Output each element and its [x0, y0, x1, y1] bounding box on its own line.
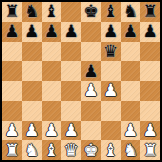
square-f5[interactable] [101, 61, 121, 81]
chess-board: ♜♞♝♚♝♞♜♟♟♟♟♟♟♟♛♟♟♟♟♟♟♟♟♟♜♞♝♛♚♝♞♜ [0, 0, 162, 162]
square-g1[interactable]: ♞ [121, 140, 141, 160]
square-b2[interactable]: ♟ [22, 121, 42, 141]
square-h2[interactable]: ♟ [140, 121, 160, 141]
square-d7[interactable]: ♟ [61, 22, 81, 42]
square-g3[interactable] [121, 101, 141, 121]
white-rook-icon[interactable]: ♜ [143, 141, 158, 160]
square-b6[interactable] [22, 42, 42, 62]
square-g8[interactable]: ♞ [121, 2, 141, 22]
white-knight-icon[interactable]: ♞ [24, 141, 39, 160]
white-knight-icon[interactable]: ♞ [123, 141, 138, 160]
white-pawn-icon[interactable]: ♟ [64, 121, 79, 140]
square-d5[interactable] [61, 61, 81, 81]
black-king-icon[interactable]: ♚ [83, 2, 98, 21]
square-c5[interactable] [42, 61, 62, 81]
square-c6[interactable] [42, 42, 62, 62]
white-pawn-icon[interactable]: ♟ [44, 121, 59, 140]
square-g7[interactable]: ♟ [121, 22, 141, 42]
black-pawn-icon[interactable]: ♟ [103, 22, 118, 41]
square-c8[interactable]: ♝ [42, 2, 62, 22]
square-f4[interactable]: ♟ [101, 81, 121, 101]
square-f6[interactable]: ♛ [101, 42, 121, 62]
square-e7[interactable] [81, 22, 101, 42]
white-pawn-icon[interactable]: ♟ [24, 121, 39, 140]
square-f3[interactable] [101, 101, 121, 121]
square-h5[interactable] [140, 61, 160, 81]
black-pawn-icon[interactable]: ♟ [143, 22, 158, 41]
black-knight-icon[interactable]: ♞ [24, 2, 39, 21]
black-queen-icon[interactable]: ♛ [103, 42, 118, 61]
square-f7[interactable]: ♟ [101, 22, 121, 42]
black-rook-icon[interactable]: ♜ [4, 2, 19, 21]
square-a8[interactable]: ♜ [2, 2, 22, 22]
white-pawn-icon[interactable]: ♟ [123, 121, 138, 140]
square-c7[interactable]: ♟ [42, 22, 62, 42]
square-b1[interactable]: ♞ [22, 140, 42, 160]
square-a1[interactable]: ♜ [2, 140, 22, 160]
square-b8[interactable]: ♞ [22, 2, 42, 22]
square-a2[interactable]: ♟ [2, 121, 22, 141]
black-rook-icon[interactable]: ♜ [143, 2, 158, 21]
square-b4[interactable] [22, 81, 42, 101]
square-d4[interactable] [61, 81, 81, 101]
white-king-icon[interactable]: ♚ [83, 141, 98, 160]
square-e8[interactable]: ♚ [81, 2, 101, 22]
square-g2[interactable]: ♟ [121, 121, 141, 141]
white-pawn-icon[interactable]: ♟ [83, 81, 98, 100]
square-c1[interactable]: ♝ [42, 140, 62, 160]
square-f8[interactable]: ♝ [101, 2, 121, 22]
square-e2[interactable] [81, 121, 101, 141]
square-e4[interactable]: ♟ [81, 81, 101, 101]
square-e6[interactable] [81, 42, 101, 62]
square-e1[interactable]: ♚ [81, 140, 101, 160]
square-d6[interactable] [61, 42, 81, 62]
white-pawn-icon[interactable]: ♟ [103, 81, 118, 100]
black-pawn-icon[interactable]: ♟ [83, 62, 98, 81]
square-h8[interactable]: ♜ [140, 2, 160, 22]
square-g5[interactable] [121, 61, 141, 81]
square-d1[interactable]: ♛ [61, 140, 81, 160]
square-f1[interactable]: ♝ [101, 140, 121, 160]
white-rook-icon[interactable]: ♜ [4, 141, 19, 160]
square-d8[interactable] [61, 2, 81, 22]
square-f2[interactable] [101, 121, 121, 141]
square-c4[interactable] [42, 81, 62, 101]
square-h3[interactable] [140, 101, 160, 121]
square-b7[interactable]: ♟ [22, 22, 42, 42]
square-h7[interactable]: ♟ [140, 22, 160, 42]
white-pawn-icon[interactable]: ♟ [4, 121, 19, 140]
square-d3[interactable] [61, 101, 81, 121]
square-a7[interactable]: ♟ [2, 22, 22, 42]
square-e5[interactable]: ♟ [81, 61, 101, 81]
square-a6[interactable] [2, 42, 22, 62]
black-pawn-icon[interactable]: ♟ [4, 22, 19, 41]
black-bishop-icon[interactable]: ♝ [44, 2, 59, 21]
black-pawn-icon[interactable]: ♟ [64, 22, 79, 41]
square-b3[interactable] [22, 101, 42, 121]
square-h6[interactable] [140, 42, 160, 62]
black-pawn-icon[interactable]: ♟ [44, 22, 59, 41]
square-h1[interactable]: ♜ [140, 140, 160, 160]
square-c2[interactable]: ♟ [42, 121, 62, 141]
white-bishop-icon[interactable]: ♝ [103, 141, 118, 160]
white-bishop-icon[interactable]: ♝ [44, 141, 59, 160]
square-e3[interactable] [81, 101, 101, 121]
black-pawn-icon[interactable]: ♟ [24, 22, 39, 41]
square-a5[interactable] [2, 61, 22, 81]
white-pawn-icon[interactable]: ♟ [143, 121, 158, 140]
square-g4[interactable] [121, 81, 141, 101]
black-bishop-icon[interactable]: ♝ [103, 2, 118, 21]
square-h4[interactable] [140, 81, 160, 101]
white-queen-icon[interactable]: ♛ [64, 141, 79, 160]
square-a3[interactable] [2, 101, 22, 121]
square-a4[interactable] [2, 81, 22, 101]
black-pawn-icon[interactable]: ♟ [123, 22, 138, 41]
black-knight-icon[interactable]: ♞ [123, 2, 138, 21]
square-c3[interactable] [42, 101, 62, 121]
square-g6[interactable] [121, 42, 141, 62]
square-d2[interactable]: ♟ [61, 121, 81, 141]
square-b5[interactable] [22, 61, 42, 81]
